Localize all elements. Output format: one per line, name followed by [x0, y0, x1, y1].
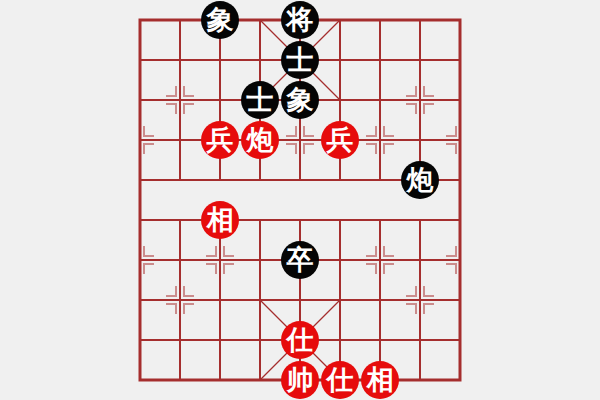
intersection-2-5[interactable] [320, 80, 360, 120]
intersection-9-2[interactable] [200, 360, 240, 400]
intersection-4-0[interactable] [120, 160, 160, 200]
intersection-8-6[interactable] [360, 320, 400, 360]
intersection-5-6[interactable] [360, 200, 400, 240]
intersection-5-8[interactable] [440, 200, 480, 240]
intersection-5-2[interactable]: 相 [200, 200, 240, 240]
intersection-4-2[interactable] [200, 160, 240, 200]
intersection-2-1[interactable] [160, 80, 200, 120]
intersection-6-0[interactable] [120, 240, 160, 280]
intersection-9-3[interactable] [240, 360, 280, 400]
intersection-1-1[interactable] [160, 40, 200, 80]
intersection-8-7[interactable] [400, 320, 440, 360]
intersection-5-1[interactable] [160, 200, 200, 240]
intersection-0-5[interactable] [320, 0, 360, 40]
piece-red-elephant[interactable]: 相 [201, 201, 239, 239]
intersection-5-5[interactable] [320, 200, 360, 240]
intersection-4-8[interactable] [440, 160, 480, 200]
intersection-3-0[interactable] [120, 120, 160, 160]
intersection-7-0[interactable] [120, 280, 160, 320]
intersection-9-5[interactable]: 仕 [320, 360, 360, 400]
intersection-3-2[interactable]: 兵 [200, 120, 240, 160]
intersection-1-5[interactable] [320, 40, 360, 80]
intersection-3-6[interactable] [360, 120, 400, 160]
intersection-0-2[interactable]: 象 [200, 0, 240, 40]
piece-red-advisor[interactable]: 仕 [281, 321, 319, 359]
intersection-5-4[interactable] [280, 200, 320, 240]
intersection-2-2[interactable] [200, 80, 240, 120]
intersection-2-0[interactable] [120, 80, 160, 120]
intersection-4-5[interactable] [320, 160, 360, 200]
intersection-3-3[interactable]: 炮 [240, 120, 280, 160]
intersection-7-8[interactable] [440, 280, 480, 320]
intersection-8-8[interactable] [440, 320, 480, 360]
intersection-3-7[interactable] [400, 120, 440, 160]
piece-black-soldier[interactable]: 卒 [281, 241, 319, 279]
intersection-8-1[interactable] [160, 320, 200, 360]
intersection-0-7[interactable] [400, 0, 440, 40]
intersection-6-8[interactable] [440, 240, 480, 280]
intersection-0-3[interactable] [240, 0, 280, 40]
intersection-4-3[interactable] [240, 160, 280, 200]
intersection-7-7[interactable] [400, 280, 440, 320]
intersection-7-5[interactable] [320, 280, 360, 320]
intersection-0-6[interactable] [360, 0, 400, 40]
intersection-1-3[interactable] [240, 40, 280, 80]
intersection-7-4[interactable] [280, 280, 320, 320]
intersection-6-4[interactable]: 卒 [280, 240, 320, 280]
intersection-2-4[interactable]: 象 [280, 80, 320, 120]
intersection-9-8[interactable] [440, 360, 480, 400]
intersection-6-6[interactable] [360, 240, 400, 280]
intersection-1-7[interactable] [400, 40, 440, 80]
intersection-3-4[interactable] [280, 120, 320, 160]
intersection-8-2[interactable] [200, 320, 240, 360]
intersection-9-6[interactable]: 相 [360, 360, 400, 400]
intersection-5-7[interactable] [400, 200, 440, 240]
intersection-9-1[interactable] [160, 360, 200, 400]
intersection-8-4[interactable]: 仕 [280, 320, 320, 360]
piece-red-general[interactable]: 帅 [281, 361, 319, 399]
intersection-6-1[interactable] [160, 240, 200, 280]
intersection-1-0[interactable] [120, 40, 160, 80]
intersection-4-4[interactable] [280, 160, 320, 200]
intersection-1-2[interactable] [200, 40, 240, 80]
intersection-3-8[interactable] [440, 120, 480, 160]
piece-black-cannon[interactable]: 炮 [401, 161, 439, 199]
intersection-2-3[interactable]: 士 [240, 80, 280, 120]
intersection-7-1[interactable] [160, 280, 200, 320]
xiangqi-board: 象将士士象兵炮兵炮相卒仕帅仕相 [0, 0, 600, 400]
board-grid: 象将士士象兵炮兵炮相卒仕帅仕相 [120, 0, 480, 400]
intersection-6-2[interactable] [200, 240, 240, 280]
intersection-5-0[interactable] [120, 200, 160, 240]
intersection-1-8[interactable] [440, 40, 480, 80]
piece-black-elephant[interactable]: 象 [201, 1, 239, 39]
intersection-1-4[interactable]: 士 [280, 40, 320, 80]
piece-black-advisor[interactable]: 士 [241, 81, 279, 119]
intersection-4-1[interactable] [160, 160, 200, 200]
intersection-0-8[interactable] [440, 0, 480, 40]
piece-red-soldier[interactable]: 兵 [201, 121, 239, 159]
piece-black-elephant[interactable]: 象 [281, 81, 319, 119]
piece-red-soldier[interactable]: 兵 [321, 121, 359, 159]
intersection-2-8[interactable] [440, 80, 480, 120]
intersection-9-0[interactable] [120, 360, 160, 400]
intersection-7-6[interactable] [360, 280, 400, 320]
intersection-2-7[interactable] [400, 80, 440, 120]
intersection-5-3[interactable] [240, 200, 280, 240]
intersection-4-6[interactable] [360, 160, 400, 200]
piece-red-advisor[interactable]: 仕 [321, 361, 359, 399]
piece-red-cannon[interactable]: 炮 [241, 121, 279, 159]
intersection-8-0[interactable] [120, 320, 160, 360]
intersection-9-7[interactable] [400, 360, 440, 400]
intersection-4-7[interactable]: 炮 [400, 160, 440, 200]
intersection-0-4[interactable]: 将 [280, 0, 320, 40]
intersection-0-0[interactable] [120, 0, 160, 40]
intersection-7-3[interactable] [240, 280, 280, 320]
intersection-6-7[interactable] [400, 240, 440, 280]
intersection-0-1[interactable] [160, 0, 200, 40]
intersection-8-3[interactable] [240, 320, 280, 360]
intersection-8-5[interactable] [320, 320, 360, 360]
intersection-6-5[interactable] [320, 240, 360, 280]
piece-black-advisor[interactable]: 士 [281, 41, 319, 79]
piece-red-elephant[interactable]: 相 [361, 361, 399, 399]
intersection-3-5[interactable]: 兵 [320, 120, 360, 160]
intersection-3-1[interactable] [160, 120, 200, 160]
piece-black-general[interactable]: 将 [281, 1, 319, 39]
intersection-2-6[interactable] [360, 80, 400, 120]
intersection-1-6[interactable] [360, 40, 400, 80]
intersection-9-4[interactable]: 帅 [280, 360, 320, 400]
intersection-6-3[interactable] [240, 240, 280, 280]
intersection-7-2[interactable] [200, 280, 240, 320]
